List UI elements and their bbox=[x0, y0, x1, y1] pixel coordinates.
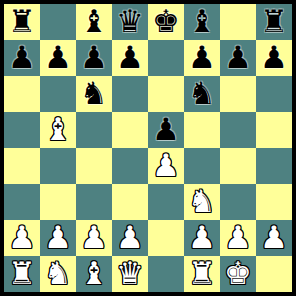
square-e8[interactable]: ♚ bbox=[148, 4, 184, 40]
square-c3[interactable] bbox=[76, 184, 112, 220]
square-g4[interactable] bbox=[220, 148, 256, 184]
black-pawn[interactable]: ♟ bbox=[8, 42, 36, 73]
white-bishop[interactable]: ♝ bbox=[80, 258, 108, 289]
square-h4[interactable] bbox=[256, 148, 292, 184]
square-a8[interactable]: ♜ bbox=[4, 4, 40, 40]
square-a2[interactable]: ♟ bbox=[4, 220, 40, 256]
square-f5[interactable] bbox=[184, 112, 220, 148]
square-e4[interactable]: ♟ bbox=[148, 148, 184, 184]
black-pawn[interactable]: ♟ bbox=[260, 42, 288, 73]
square-e7[interactable] bbox=[148, 40, 184, 76]
square-f1[interactable]: ♜ bbox=[184, 256, 220, 292]
square-c7[interactable]: ♟ bbox=[76, 40, 112, 76]
square-a5[interactable] bbox=[4, 112, 40, 148]
square-b7[interactable]: ♟ bbox=[40, 40, 76, 76]
white-pawn[interactable]: ♟ bbox=[152, 150, 180, 181]
square-h8[interactable]: ♜ bbox=[256, 4, 292, 40]
square-e2[interactable] bbox=[148, 220, 184, 256]
black-knight[interactable]: ♞ bbox=[80, 78, 108, 109]
square-c8[interactable]: ♝ bbox=[76, 4, 112, 40]
square-d7[interactable]: ♟ bbox=[112, 40, 148, 76]
chess-board: ♜♝♛♚♝♜♟♟♟♟♟♟♟♞♞♝♟♟♞♟♟♟♟♟♟♟♜♞♝♛♜♚ bbox=[4, 4, 292, 292]
square-a3[interactable] bbox=[4, 184, 40, 220]
square-b2[interactable]: ♟ bbox=[40, 220, 76, 256]
white-knight[interactable]: ♞ bbox=[188, 186, 216, 217]
square-c2[interactable]: ♟ bbox=[76, 220, 112, 256]
white-pawn[interactable]: ♟ bbox=[260, 222, 288, 253]
white-rook[interactable]: ♜ bbox=[188, 258, 216, 289]
square-b3[interactable] bbox=[40, 184, 76, 220]
white-knight[interactable]: ♞ bbox=[44, 258, 72, 289]
black-bishop[interactable]: ♝ bbox=[188, 6, 216, 37]
square-h5[interactable] bbox=[256, 112, 292, 148]
square-c5[interactable] bbox=[76, 112, 112, 148]
white-bishop[interactable]: ♝ bbox=[44, 114, 72, 145]
white-pawn[interactable]: ♟ bbox=[80, 222, 108, 253]
square-a7[interactable]: ♟ bbox=[4, 40, 40, 76]
square-h2[interactable]: ♟ bbox=[256, 220, 292, 256]
square-h3[interactable] bbox=[256, 184, 292, 220]
square-e3[interactable] bbox=[148, 184, 184, 220]
square-b5[interactable]: ♝ bbox=[40, 112, 76, 148]
black-rook[interactable]: ♜ bbox=[260, 6, 288, 37]
square-e1[interactable] bbox=[148, 256, 184, 292]
square-d8[interactable]: ♛ bbox=[112, 4, 148, 40]
square-e6[interactable] bbox=[148, 76, 184, 112]
square-h7[interactable]: ♟ bbox=[256, 40, 292, 76]
square-g2[interactable]: ♟ bbox=[220, 220, 256, 256]
square-d2[interactable]: ♟ bbox=[112, 220, 148, 256]
square-c6[interactable]: ♞ bbox=[76, 76, 112, 112]
square-f4[interactable] bbox=[184, 148, 220, 184]
black-pawn[interactable]: ♟ bbox=[188, 42, 216, 73]
square-e5[interactable]: ♟ bbox=[148, 112, 184, 148]
square-f7[interactable]: ♟ bbox=[184, 40, 220, 76]
square-c4[interactable] bbox=[76, 148, 112, 184]
square-a4[interactable] bbox=[4, 148, 40, 184]
white-queen[interactable]: ♛ bbox=[116, 258, 144, 289]
square-g6[interactable] bbox=[220, 76, 256, 112]
black-pawn[interactable]: ♟ bbox=[152, 114, 180, 145]
square-d5[interactable] bbox=[112, 112, 148, 148]
square-g8[interactable] bbox=[220, 4, 256, 40]
square-d3[interactable] bbox=[112, 184, 148, 220]
white-pawn[interactable]: ♟ bbox=[44, 222, 72, 253]
black-bishop[interactable]: ♝ bbox=[80, 6, 108, 37]
square-b1[interactable]: ♞ bbox=[40, 256, 76, 292]
white-king[interactable]: ♚ bbox=[224, 258, 252, 289]
white-pawn[interactable]: ♟ bbox=[116, 222, 144, 253]
white-pawn[interactable]: ♟ bbox=[224, 222, 252, 253]
white-pawn[interactable]: ♟ bbox=[188, 222, 216, 253]
chess-board-frame: ♜♝♛♚♝♜♟♟♟♟♟♟♟♞♞♝♟♟♞♟♟♟♟♟♟♟♜♞♝♛♜♚ bbox=[0, 0, 296, 296]
square-b8[interactable] bbox=[40, 4, 76, 40]
square-a1[interactable]: ♜ bbox=[4, 256, 40, 292]
black-pawn[interactable]: ♟ bbox=[224, 42, 252, 73]
square-f2[interactable]: ♟ bbox=[184, 220, 220, 256]
square-g7[interactable]: ♟ bbox=[220, 40, 256, 76]
black-king[interactable]: ♚ bbox=[152, 6, 180, 37]
black-pawn[interactable]: ♟ bbox=[80, 42, 108, 73]
square-d1[interactable]: ♛ bbox=[112, 256, 148, 292]
square-h6[interactable] bbox=[256, 76, 292, 112]
square-c1[interactable]: ♝ bbox=[76, 256, 112, 292]
square-f6[interactable]: ♞ bbox=[184, 76, 220, 112]
square-b6[interactable] bbox=[40, 76, 76, 112]
black-knight[interactable]: ♞ bbox=[188, 78, 216, 109]
square-h1[interactable] bbox=[256, 256, 292, 292]
white-pawn[interactable]: ♟ bbox=[8, 222, 36, 253]
square-a6[interactable] bbox=[4, 76, 40, 112]
black-queen[interactable]: ♛ bbox=[116, 6, 144, 37]
square-f8[interactable]: ♝ bbox=[184, 4, 220, 40]
white-rook[interactable]: ♜ bbox=[8, 258, 36, 289]
black-pawn[interactable]: ♟ bbox=[116, 42, 144, 73]
square-g1[interactable]: ♚ bbox=[220, 256, 256, 292]
square-g5[interactable] bbox=[220, 112, 256, 148]
black-pawn[interactable]: ♟ bbox=[44, 42, 72, 73]
square-d6[interactable] bbox=[112, 76, 148, 112]
black-rook[interactable]: ♜ bbox=[8, 6, 36, 37]
square-f3[interactable]: ♞ bbox=[184, 184, 220, 220]
square-b4[interactable] bbox=[40, 148, 76, 184]
square-g3[interactable] bbox=[220, 184, 256, 220]
square-d4[interactable] bbox=[112, 148, 148, 184]
